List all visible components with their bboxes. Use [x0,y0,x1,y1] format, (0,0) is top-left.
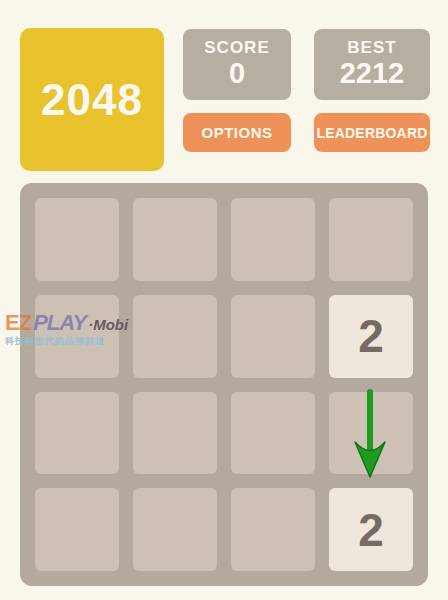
board-cell-r3c1 [35,392,119,475]
leaderboard-button[interactable]: LEADERBOARD [314,113,430,152]
board-cell-r4c2 [133,488,217,571]
board-cell-r4c3 [231,488,315,571]
board-cell-r3c2 [133,392,217,475]
best-value: 2212 [340,58,405,90]
score-label: SCORE [204,39,269,58]
game-2048-app: 2048 SCORE 0 BEST 2212 OPTIONS LEADERBOA… [0,0,448,600]
board-cell-r1c4 [329,198,413,281]
board-cell-r4c1 [35,488,119,571]
board-cell-r2c4-tile-2: 2 [329,295,413,378]
best-label: BEST [347,39,396,58]
options-button[interactable]: OPTIONS [183,113,291,152]
board-cell-r2c2 [133,295,217,378]
board-cell-r3c3 [231,392,315,475]
score-value: 0 [229,58,245,90]
board-cell-r1c1 [35,198,119,281]
board-cell-r1c3 [231,198,315,281]
score-box: SCORE 0 [183,29,291,100]
game-board[interactable]: 2 2 [20,183,428,586]
board-cell-r2c3 [231,295,315,378]
best-box: BEST 2212 [314,29,430,100]
board-cell-r1c2 [133,198,217,281]
board-cell-r4c4-tile-2: 2 [329,488,413,571]
board-cell-r3c4 [329,392,413,475]
board-cell-r2c1 [35,295,119,378]
logo-tile: 2048 [20,28,164,171]
